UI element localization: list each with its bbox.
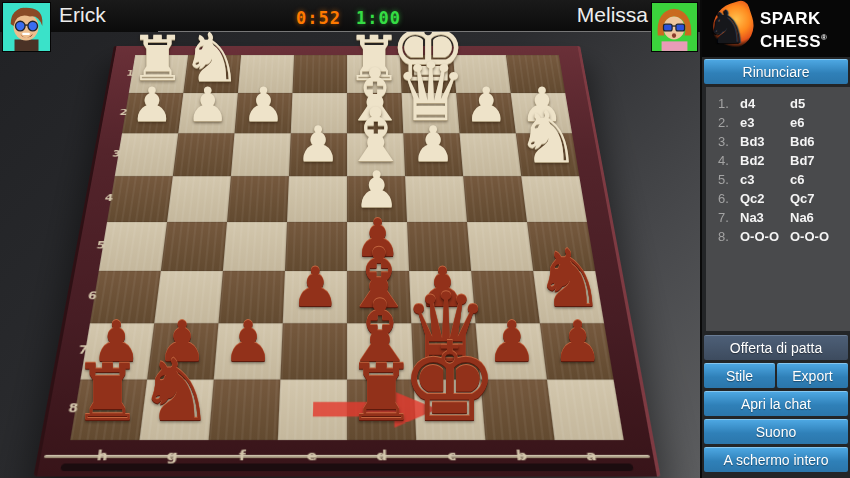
right-player-clock: 1:00 [356, 8, 401, 28]
sparkchess-logo: ♞ SPARK CHESS® [702, 0, 850, 57]
move-row-6[interactable]: 6.Qc2Qc7 [718, 189, 850, 208]
white-pawn-f2[interactable]: ♟ [242, 81, 284, 128]
fullscreen-button[interactable]: A schermo intero [704, 447, 848, 472]
left-player-clock: 0:52 [296, 8, 341, 28]
sound-button[interactable]: Suono [704, 419, 848, 444]
sidebar: ♞ SPARK CHESS® Rinunciare 1.d4d52.e3e63.… [700, 0, 850, 478]
move-row-8[interactable]: 8.O-O-OO-O-O [718, 227, 850, 246]
draw-offer-button[interactable]: Offerta di patta [704, 335, 848, 360]
logo-line1: SPARK [760, 9, 821, 28]
red-knight-a6[interactable]: ♞ [534, 240, 605, 319]
red-rook-h8[interactable]: ♜ [72, 354, 143, 433]
white-pawn-h2[interactable]: ♟ [131, 81, 173, 128]
move-row-3[interactable]: 3.Bd3Bd6 [718, 132, 850, 151]
red-knight-g8[interactable]: ♞ [138, 349, 215, 435]
melissa-avatar-image [652, 3, 697, 51]
open-chat-button[interactable]: Apri la chat [704, 391, 848, 416]
game-scene: 12345678hgfedcba ♜♞♜♚♛♝♟♟♟♟♟♝♞♟♟♟♟♞♝♟♟♛♝… [0, 32, 700, 478]
left-player-avatar [2, 2, 51, 52]
pieces-layer: ♜♞♜♚♛♝♟♟♟♟♟♝♞♟♟♟♟♞♝♟♟♛♝♟♟♟♟♟♚♜♜♞ [0, 32, 700, 478]
white-pawn-b2[interactable]: ♟ [465, 81, 507, 128]
red-pawn-f7[interactable]: ♟ [223, 314, 273, 370]
style-button[interactable]: Stile [704, 363, 775, 388]
move-row-7[interactable]: 7.Na3Na6 [718, 208, 850, 227]
logo-line2: CHESS [760, 32, 821, 51]
move-row-5[interactable]: 5.c3c6 [718, 170, 850, 189]
white-knight-a3[interactable]: ♞ [516, 102, 580, 174]
move-list: 1.d4d52.e3e63.Bd3Bd64.Bd2Bd75.c3c66.Qc2Q… [706, 87, 850, 331]
white-pawn-e3[interactable]: ♟ [296, 121, 340, 170]
erick-avatar-image [3, 3, 50, 51]
red-pawn-a7[interactable]: ♟ [553, 314, 603, 370]
app-window: 12345678hgfedcba ♜♞♜♚♛♝♟♟♟♟♟♝♞♟♟♟♟♞♝♟♟♛♝… [0, 0, 850, 478]
registered-mark: ® [821, 33, 827, 42]
knight-logo-icon: ♞ [706, 4, 747, 50]
white-pawn-c3[interactable]: ♟ [411, 121, 455, 170]
right-player-avatar [651, 2, 698, 52]
red-rook-d8[interactable]: ♜ [346, 354, 417, 433]
resign-button[interactable]: Rinunciare [704, 59, 848, 84]
top-bar: Erick Melissa 0:52 1:00 [0, 0, 700, 32]
logo-text: SPARK CHESS® [760, 9, 827, 51]
white-pawn-g2[interactable]: ♟ [186, 81, 228, 128]
right-player-name: Melissa [577, 3, 648, 27]
move-row-1[interactable]: 1.d4d5 [718, 94, 850, 113]
left-player-name: Erick [59, 3, 106, 27]
move-row-2[interactable]: 2.e3e6 [718, 113, 850, 132]
red-pawn-e6[interactable]: ♟ [291, 261, 339, 315]
move-row-4[interactable]: 4.Bd2Bd7 [718, 151, 850, 170]
name-underline [158, 31, 652, 32]
export-button[interactable]: Export [777, 363, 848, 388]
